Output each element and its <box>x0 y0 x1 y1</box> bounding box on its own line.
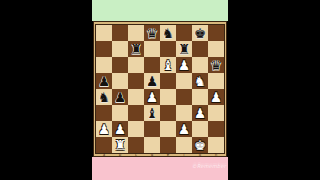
square-c1 <box>128 137 144 153</box>
piece-black-knight: ♞ <box>96 89 112 105</box>
file-label-a: a <box>96 153 112 157</box>
square-b2: ♟ <box>112 121 128 137</box>
square-f7: ♜ <box>176 41 192 57</box>
file-labels: abcdefgh <box>96 153 224 157</box>
piece-white-pawn: ♟ <box>176 121 192 137</box>
piece-black-pawn: ♟ <box>144 73 160 89</box>
square-a3 <box>96 105 112 121</box>
square-a8 <box>96 25 112 41</box>
piece-black-pawn: ♟ <box>96 73 112 89</box>
square-c7: ♜ <box>128 41 144 57</box>
piece-black-rook: ♜ <box>128 41 144 57</box>
square-b5 <box>112 73 128 89</box>
square-e7 <box>160 41 176 57</box>
square-c4 <box>128 89 144 105</box>
piece-white-pawn: ♟ <box>112 121 128 137</box>
square-e5 <box>160 73 176 89</box>
square-d5: ♟ <box>144 73 160 89</box>
piece-white-pawn: ♟ <box>96 121 112 137</box>
square-b3 <box>112 105 128 121</box>
square-h7 <box>208 41 224 57</box>
square-g2 <box>192 121 208 137</box>
square-h1 <box>208 137 224 153</box>
file-label-e: e <box>160 153 176 157</box>
piece-white-pawn: ♟ <box>144 89 160 105</box>
chess-board-frame: ♛♞♚♜♜♝♟♛♟♟♞♞♟♟♟♝♟♟♟♟♜♚ abcdefgh <box>93 21 227 157</box>
square-e3 <box>160 105 176 121</box>
square-d6 <box>144 57 160 73</box>
square-a6 <box>96 57 112 73</box>
piece-black-rook: ♜ <box>176 41 192 57</box>
square-g3: ♟ <box>192 105 208 121</box>
square-h4: ♟ <box>208 89 224 105</box>
square-g1: ♚ <box>192 137 208 153</box>
piece-black-king: ♚ <box>192 25 208 41</box>
square-g6 <box>192 57 208 73</box>
piece-white-pawn: ♟ <box>208 89 224 105</box>
square-b6 <box>112 57 128 73</box>
square-h5 <box>208 73 224 89</box>
square-g7 <box>192 41 208 57</box>
square-h6: ♛ <box>208 57 224 73</box>
piece-white-bishop: ♝ <box>160 57 176 73</box>
square-d8: ♛ <box>144 25 160 41</box>
square-h8 <box>208 25 224 41</box>
square-f8 <box>176 25 192 41</box>
square-f6: ♟ <box>176 57 192 73</box>
chess-board: ♛♞♚♜♜♝♟♛♟♟♞♞♟♟♟♝♟♟♟♟♜♚ <box>96 25 224 153</box>
file-label-f: f <box>176 153 192 157</box>
square-d7 <box>144 41 160 57</box>
piece-white-king: ♚ <box>192 137 208 153</box>
file-label-h: h <box>208 153 224 157</box>
square-a5: ♟ <box>96 73 112 89</box>
square-a4: ♞ <box>96 89 112 105</box>
square-d2 <box>144 121 160 137</box>
content-column: ©Remember ♛♞♚♜♜♝♟♛♟♟♞♞♟♟♟♝♟♟♟♟♜♚ abcdefg… <box>92 0 228 180</box>
square-d3: ♝ <box>144 105 160 121</box>
square-g5: ♞ <box>192 73 208 89</box>
square-e6: ♝ <box>160 57 176 73</box>
piece-black-bishop: ♝ <box>144 105 160 121</box>
square-b7 <box>112 41 128 57</box>
square-b4: ♟ <box>112 89 128 105</box>
square-f3 <box>176 105 192 121</box>
square-f2: ♟ <box>176 121 192 137</box>
square-f5 <box>176 73 192 89</box>
square-g8: ♚ <box>192 25 208 41</box>
square-d4: ♟ <box>144 89 160 105</box>
piece-white-pawn: ♟ <box>192 105 208 121</box>
piece-black-queen: ♛ <box>208 57 224 73</box>
square-c5 <box>128 73 144 89</box>
top-strip <box>92 0 228 21</box>
square-c3 <box>128 105 144 121</box>
square-g4 <box>192 89 208 105</box>
square-a7 <box>96 41 112 57</box>
square-f1 <box>176 137 192 153</box>
watermark: ©Remember <box>186 164 226 169</box>
file-label-d: d <box>144 153 160 157</box>
square-h3 <box>208 105 224 121</box>
square-b1: ♜ <box>112 137 128 153</box>
square-a1 <box>96 137 112 153</box>
piece-black-pawn: ♟ <box>112 89 128 105</box>
square-e4 <box>160 89 176 105</box>
square-e2 <box>160 121 176 137</box>
file-label-g: g <box>192 153 208 157</box>
file-label-c: c <box>128 153 144 157</box>
piece-white-knight: ♞ <box>192 73 208 89</box>
square-c8 <box>128 25 144 41</box>
square-c6 <box>128 57 144 73</box>
video-frame: ©Remember ♛♞♚♜♜♝♟♛♟♟♞♞♟♟♟♝♟♟♟♟♜♚ abcdefg… <box>0 0 320 180</box>
square-b8 <box>112 25 128 41</box>
square-a2: ♟ <box>96 121 112 137</box>
piece-white-rook: ♜ <box>112 137 128 153</box>
square-c2 <box>128 121 144 137</box>
square-d1 <box>144 137 160 153</box>
file-label-b: b <box>112 153 128 157</box>
piece-white-pawn: ♟ <box>176 57 192 73</box>
square-e8: ♞ <box>160 25 176 41</box>
bottom-strip: ©Remember <box>92 157 228 180</box>
square-h2 <box>208 121 224 137</box>
piece-black-queen: ♛ <box>144 25 160 41</box>
piece-black-knight: ♞ <box>160 25 176 41</box>
square-f4 <box>176 89 192 105</box>
square-e1 <box>160 137 176 153</box>
